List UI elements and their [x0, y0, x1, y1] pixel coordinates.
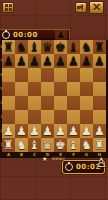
white-bishop: ♝ — [29, 138, 40, 152]
white-rook: ♜ — [3, 138, 14, 152]
black-queen: ♛ — [42, 40, 53, 54]
black-pawn: ♟ — [29, 54, 40, 68]
square-a6[interactable] — [2, 68, 15, 82]
white-knight: ♞ — [81, 138, 92, 152]
black-knight: ♞ — [81, 40, 92, 54]
square-h8[interactable]: ♜ — [93, 40, 106, 54]
square-c8[interactable]: ♝ — [28, 40, 41, 54]
black-bishop: ♝ — [29, 40, 40, 54]
square-e2[interactable]: ♟ — [54, 124, 67, 138]
speaker-icon — [77, 4, 85, 11]
square-b2[interactable]: ♟ — [15, 124, 28, 138]
square-f2[interactable]: ♟ — [67, 124, 80, 138]
sound-button[interactable] — [75, 2, 87, 13]
square-a8[interactable]: ♜ — [2, 40, 15, 54]
black-king: ♚ — [55, 40, 66, 54]
black-pawn: ♟ — [94, 54, 105, 68]
square-b4[interactable] — [15, 96, 28, 110]
square-f7[interactable]: ♟ — [67, 54, 80, 68]
square-a5[interactable] — [2, 82, 15, 96]
square-d6[interactable] — [41, 68, 54, 82]
white-queen: ♛ — [42, 138, 53, 152]
white-pawn: ♟ — [94, 124, 105, 138]
square-c7[interactable]: ♟ — [28, 54, 41, 68]
chess-app-screen: ✕ 00:00 ♟ ♜♞♝♛♚♝♞♜♟♟♟♟♟♟♟♟♟♟♟♟♟♟♟♟♜♞♝♛♚♝… — [0, 0, 108, 200]
square-b5[interactable] — [15, 82, 28, 96]
square-e4[interactable] — [54, 96, 67, 110]
square-a7[interactable]: ♟ — [2, 54, 15, 68]
black-time: 00:00 — [13, 30, 38, 40]
black-clock-bar: 00:00 ♟ — [0, 29, 70, 40]
rank-label-6: 6 — [0, 73, 3, 77]
black-pawn: ♟ — [81, 54, 92, 68]
square-h1[interactable]: ♜ — [93, 138, 106, 152]
rank-label-4: 4 — [0, 101, 3, 105]
black-pawn: ♟ — [3, 54, 14, 68]
chess-board-frame: ♜♞♝♛♚♝♞♜♟♟♟♟♟♟♟♟♟♟♟♟♟♟♟♟♜♞♝♛♚♝♞♜ ABCDEFG… — [0, 40, 108, 158]
square-g7[interactable]: ♟ — [80, 54, 93, 68]
file-label-g: G — [80, 152, 93, 158]
square-b7[interactable]: ♟ — [15, 54, 28, 68]
square-e1[interactable]: ♚ — [54, 138, 67, 152]
file-label-f: F — [67, 152, 80, 158]
white-pawn: ♟ — [55, 124, 66, 138]
square-g8[interactable]: ♞ — [80, 40, 93, 54]
clock-icon — [65, 163, 73, 171]
square-d5[interactable] — [41, 82, 54, 96]
square-d8[interactable]: ♛ — [41, 40, 54, 54]
square-d7[interactable]: ♟ — [41, 54, 54, 68]
square-e8[interactable]: ♚ — [54, 40, 67, 54]
square-g2[interactable]: ♟ — [80, 124, 93, 138]
square-d2[interactable]: ♟ — [41, 124, 54, 138]
square-h2[interactable]: ♟ — [93, 124, 106, 138]
white-pawn: ♟ — [81, 124, 92, 138]
chess-board[interactable]: ♜♞♝♛♚♝♞♜♟♟♟♟♟♟♟♟♟♟♟♟♟♟♟♟♜♞♝♛♚♝♞♜ — [2, 40, 106, 152]
square-c1[interactable]: ♝ — [28, 138, 41, 152]
black-bishop: ♝ — [68, 40, 79, 54]
square-h7[interactable]: ♟ — [93, 54, 106, 68]
square-d4[interactable] — [41, 96, 54, 110]
rank-label-5: 5 — [0, 87, 3, 91]
square-g4[interactable] — [80, 96, 93, 110]
black-pawn-icon: ♟ — [55, 30, 67, 40]
square-g3[interactable] — [80, 110, 93, 124]
white-pawn: ♟ — [68, 124, 79, 138]
close-button[interactable]: ✕ — [89, 1, 104, 14]
square-a3[interactable] — [2, 110, 15, 124]
square-b3[interactable] — [15, 110, 28, 124]
square-e5[interactable] — [54, 82, 67, 96]
square-e6[interactable] — [54, 68, 67, 82]
black-pawn: ♟ — [68, 54, 79, 68]
square-d3[interactable] — [41, 110, 54, 124]
square-b6[interactable] — [15, 68, 28, 82]
white-pawn: ♟ — [3, 124, 14, 138]
black-pawn: ♟ — [42, 54, 53, 68]
white-pawn: ♟ — [16, 124, 27, 138]
black-knight: ♞ — [16, 40, 27, 54]
black-pawn: ♟ — [55, 54, 66, 68]
fullscreen-button[interactable] — [2, 2, 14, 13]
square-c3[interactable] — [28, 110, 41, 124]
white-knight: ♞ — [16, 138, 27, 152]
square-g1[interactable]: ♞ — [80, 138, 93, 152]
square-c6[interactable] — [28, 68, 41, 82]
square-d1[interactable]: ♛ — [41, 138, 54, 152]
white-pawn-icon: ♙ — [95, 154, 107, 172]
white-king: ♚ — [55, 138, 66, 152]
square-f6[interactable] — [67, 68, 80, 82]
black-pawn: ♟ — [16, 54, 27, 68]
rank-label-8: 8 — [0, 45, 3, 49]
white-pawn: ♟ — [29, 124, 40, 138]
square-c2[interactable]: ♟ — [28, 124, 41, 138]
square-g6[interactable] — [80, 68, 93, 82]
square-g5[interactable] — [80, 82, 93, 96]
square-f4[interactable] — [67, 96, 80, 110]
file-label-c: C — [28, 152, 41, 158]
white-rook: ♜ — [94, 138, 105, 152]
square-h4[interactable] — [93, 96, 106, 110]
white-bishop: ♝ — [68, 138, 79, 152]
square-c4[interactable] — [28, 96, 41, 110]
rank-label-3: 3 — [0, 115, 3, 119]
square-f8[interactable]: ♝ — [67, 40, 80, 54]
rank-label-7: 7 — [0, 59, 3, 63]
square-a1[interactable]: ♜ — [2, 138, 15, 152]
square-c5[interactable] — [28, 82, 41, 96]
square-h5[interactable] — [93, 82, 106, 96]
square-a2[interactable]: ♟ — [2, 124, 15, 138]
square-f1[interactable]: ♝ — [67, 138, 80, 152]
square-e7[interactable]: ♟ — [54, 54, 67, 68]
white-pawn: ♟ — [42, 124, 53, 138]
black-rook: ♜ — [3, 40, 14, 54]
star-icon[interactable]: ★ — [42, 156, 47, 162]
square-e3[interactable] — [54, 110, 67, 124]
square-a4[interactable] — [2, 96, 15, 110]
rank-label-1: 1 — [0, 143, 3, 147]
fullscreen-icon — [5, 4, 12, 11]
square-h6[interactable] — [93, 68, 106, 82]
file-label-b: B — [15, 152, 28, 158]
rank-label-2: 2 — [0, 129, 3, 133]
file-label-a: A — [2, 152, 15, 158]
close-icon: ✕ — [92, 2, 101, 13]
black-rook: ♜ — [94, 40, 105, 54]
square-f3[interactable] — [67, 110, 80, 124]
square-f5[interactable] — [67, 82, 80, 96]
square-b8[interactable]: ♞ — [15, 40, 28, 54]
square-b1[interactable]: ♞ — [15, 138, 28, 152]
clock-icon — [2, 31, 10, 39]
square-h3[interactable] — [93, 110, 106, 124]
